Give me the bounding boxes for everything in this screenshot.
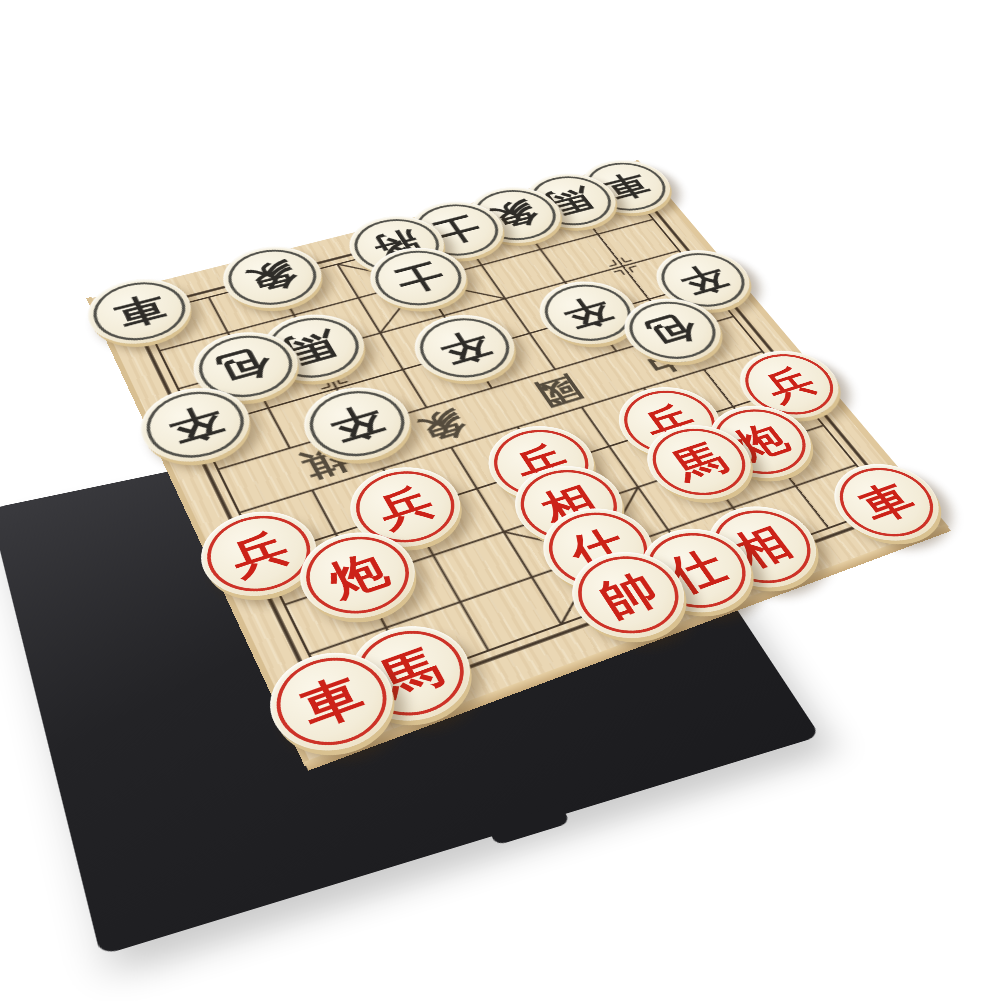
piece-glyph: 兵 [223,526,295,581]
piece-glyph: 卒 [556,293,619,333]
piece-glyph: 卒 [162,401,229,448]
piece-glyph: 車 [851,477,922,526]
piece-glyph: 兵 [370,481,440,532]
piece-glyph: 包 [213,344,278,388]
product-photo-scene: 棋象國中 車馬象士將象車士馬包卒卒卒卒包卒兵兵兵兵兵炮馬相炮仕車相仕帥馬車 [0,0,1001,1001]
piece-glyph: 兵 [756,362,822,405]
piece-glyph: 卒 [324,400,391,447]
piece-glyph: 炮 [321,547,394,603]
clasp-tab[interactable] [488,805,571,846]
piece-glyph: 帥 [592,567,666,623]
piece-glyph: 車 [108,290,170,331]
piece-glyph: 馬 [664,438,733,486]
piece-glyph: 象 [241,258,302,297]
piece-glyph: 卒 [433,326,497,368]
piece-glyph: 車 [293,669,370,732]
piece-glyph: 卒 [672,261,734,299]
piece-glyph: 包 [641,310,705,351]
piece-glyph: 士 [388,259,449,298]
